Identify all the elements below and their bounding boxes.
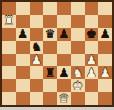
square-a3[interactable] [2, 66, 16, 79]
square-c5[interactable]: ♞ [30, 41, 44, 54]
square-h1[interactable] [98, 92, 112, 105]
square-h4[interactable] [98, 54, 112, 67]
square-d5[interactable] [43, 41, 57, 54]
square-d7[interactable] [43, 15, 57, 28]
square-h3[interactable]: ♟ [98, 66, 112, 79]
bottom-strip [0, 107, 114, 110]
square-g3[interactable]: ♟ [85, 66, 99, 79]
square-f2[interactable]: ♚ [71, 79, 85, 92]
square-h6[interactable]: ♟ [98, 28, 112, 41]
square-h5[interactable] [98, 41, 112, 54]
square-b4[interactable] [16, 54, 30, 67]
square-a5[interactable] [2, 41, 16, 54]
black-pawn: ♟ [58, 28, 69, 40]
square-b8[interactable] [16, 2, 30, 15]
square-a7[interactable]: ♜ [2, 15, 16, 28]
square-d6[interactable]: ♛ [43, 28, 57, 41]
square-f3[interactable]: ♞ [71, 66, 85, 79]
square-f8[interactable] [71, 2, 85, 15]
square-g6[interactable]: ♚ [85, 28, 99, 41]
square-a2[interactable] [2, 79, 16, 92]
square-b1[interactable] [16, 92, 30, 105]
black-rook: ♜ [45, 66, 56, 78]
square-f6[interactable] [71, 28, 85, 41]
square-g1[interactable] [85, 92, 99, 105]
square-g8[interactable] [85, 2, 99, 15]
square-a6[interactable] [2, 28, 16, 41]
square-d3[interactable]: ♜ [43, 66, 57, 79]
square-e6[interactable]: ♟ [57, 28, 71, 41]
white-pawn: ♟ [86, 66, 97, 78]
black-pawn: ♟ [100, 28, 111, 40]
black-knight: ♞ [31, 41, 42, 53]
black-queen: ♛ [45, 28, 56, 40]
square-h2[interactable] [98, 79, 112, 92]
square-b7[interactable] [16, 15, 30, 28]
square-e3[interactable]: ♟ [57, 66, 71, 79]
black-pawn: ♟ [17, 28, 28, 40]
square-a4[interactable] [2, 54, 16, 67]
black-king: ♚ [86, 28, 97, 40]
white-pawn: ♟ [86, 53, 97, 65]
white-rook: ♜ [3, 15, 14, 27]
chessboard: ♜♟♛♟♚♟♞♟♟♜♟♞♟♟♚♛ [2, 2, 112, 105]
square-a1[interactable] [2, 92, 16, 105]
square-e8[interactable] [57, 2, 71, 15]
square-g4[interactable]: ♟ [85, 54, 99, 67]
square-b3[interactable] [16, 66, 30, 79]
white-queen: ♛ [58, 92, 69, 104]
square-c2[interactable] [30, 79, 44, 92]
square-g7[interactable] [85, 15, 99, 28]
chess-diagram: ♜♟♛♟♚♟♞♟♟♜♟♞♟♟♚♛ [0, 0, 114, 110]
square-a8[interactable] [2, 2, 16, 15]
square-e2[interactable] [57, 79, 71, 92]
square-e1[interactable]: ♛ [57, 92, 71, 105]
square-g5[interactable] [85, 41, 99, 54]
square-b5[interactable] [16, 41, 30, 54]
white-knight: ♞ [72, 66, 83, 78]
square-f7[interactable] [71, 15, 85, 28]
square-e4[interactable] [57, 54, 71, 67]
square-b2[interactable] [16, 79, 30, 92]
square-c7[interactable] [30, 15, 44, 28]
square-c3[interactable] [30, 66, 44, 79]
square-f4[interactable] [71, 54, 85, 67]
black-pawn: ♟ [58, 66, 69, 78]
square-h7[interactable] [98, 15, 112, 28]
square-c8[interactable] [30, 2, 44, 15]
square-e7[interactable] [57, 15, 71, 28]
square-c1[interactable] [30, 92, 44, 105]
square-b6[interactable]: ♟ [16, 28, 30, 41]
square-f5[interactable] [71, 41, 85, 54]
white-pawn: ♟ [31, 53, 42, 65]
square-g2[interactable] [85, 79, 99, 92]
square-c6[interactable] [30, 28, 44, 41]
square-h8[interactable] [98, 2, 112, 15]
square-d2[interactable] [43, 79, 57, 92]
square-d1[interactable] [43, 92, 57, 105]
white-king: ♚ [72, 79, 83, 91]
white-pawn: ♟ [100, 66, 111, 78]
square-e5[interactable] [57, 41, 71, 54]
square-c4[interactable]: ♟ [30, 54, 44, 67]
square-d8[interactable] [43, 2, 57, 15]
square-f1[interactable] [71, 92, 85, 105]
square-d4[interactable] [43, 54, 57, 67]
